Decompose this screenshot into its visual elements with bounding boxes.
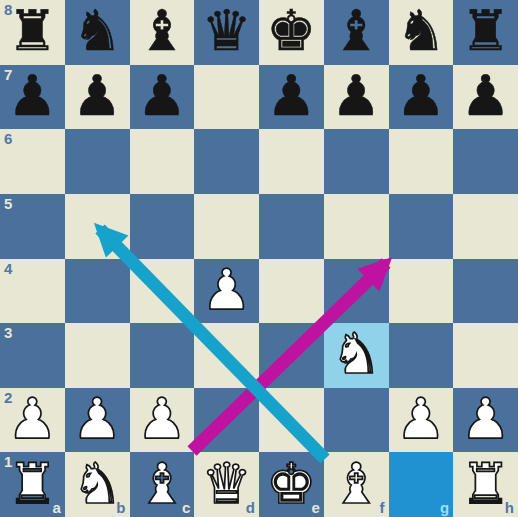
square-g4[interactable] [389,259,454,324]
square-h3[interactable] [453,323,518,388]
square-d1[interactable]: d♛ [194,452,259,517]
square-a1[interactable]: 1a♜ [0,452,65,517]
black-pawn-e7[interactable]: ♟ [266,68,316,124]
white-knight-b1[interactable]: ♞ [72,456,122,512]
square-f1[interactable]: f♝ [324,452,389,517]
square-a5[interactable]: 5 [0,194,65,259]
square-e3[interactable] [259,323,324,388]
square-d2[interactable] [194,388,259,453]
square-a4[interactable]: 4 [0,259,65,324]
square-g7[interactable]: ♟ [389,65,454,130]
square-f7[interactable]: ♟ [324,65,389,130]
chess-board: 8♜♞♝♛♚♝♞♜7♟♟♟♟♟♟♟654♟3♞2♟♟♟♟♟1a♜b♞c♝d♛e♚… [0,0,518,517]
square-d3[interactable] [194,323,259,388]
square-e2[interactable] [259,388,324,453]
black-knight-b8[interactable]: ♞ [72,3,122,59]
black-queen-d8[interactable]: ♛ [202,3,252,59]
square-e5[interactable] [259,194,324,259]
square-b2[interactable]: ♟ [65,388,130,453]
square-f3[interactable]: ♞ [324,323,389,388]
square-a8[interactable]: 8♜ [0,0,65,65]
square-f8[interactable]: ♝ [324,0,389,65]
white-bishop-c1[interactable]: ♝ [137,456,187,512]
square-d5[interactable] [194,194,259,259]
square-c1[interactable]: c♝ [130,452,195,517]
square-a2[interactable]: 2♟ [0,388,65,453]
square-b4[interactable] [65,259,130,324]
black-pawn-g7[interactable]: ♟ [396,68,446,124]
square-c4[interactable] [130,259,195,324]
white-rook-h1[interactable]: ♜ [461,456,511,512]
square-h1[interactable]: h♜ [453,452,518,517]
white-pawn-a2[interactable]: ♟ [7,391,57,447]
square-h4[interactable] [453,259,518,324]
square-d4[interactable]: ♟ [194,259,259,324]
square-b8[interactable]: ♞ [65,0,130,65]
square-d8[interactable]: ♛ [194,0,259,65]
square-e4[interactable] [259,259,324,324]
square-g5[interactable] [389,194,454,259]
black-knight-g8[interactable]: ♞ [396,3,446,59]
black-pawn-h7[interactable]: ♟ [461,68,511,124]
square-g3[interactable] [389,323,454,388]
white-pawn-c2[interactable]: ♟ [137,391,187,447]
square-b6[interactable] [65,129,130,194]
white-king-e1[interactable]: ♚ [266,456,316,512]
square-h6[interactable] [453,129,518,194]
square-a6[interactable]: 6 [0,129,65,194]
white-pawn-d4[interactable]: ♟ [202,262,252,318]
square-g2[interactable]: ♟ [389,388,454,453]
black-pawn-b7[interactable]: ♟ [72,68,122,124]
square-a3[interactable]: 3 [0,323,65,388]
square-e6[interactable] [259,129,324,194]
square-d7[interactable] [194,65,259,130]
square-h5[interactable] [453,194,518,259]
white-pawn-b2[interactable]: ♟ [72,391,122,447]
square-b3[interactable] [65,323,130,388]
square-a7[interactable]: 7♟ [0,65,65,130]
black-pawn-f7[interactable]: ♟ [331,68,381,124]
square-b1[interactable]: b♞ [65,452,130,517]
rank-label-6: 6 [4,131,12,146]
white-rook-a1[interactable]: ♜ [7,456,57,512]
square-d6[interactable] [194,129,259,194]
white-queen-d1[interactable]: ♛ [202,456,252,512]
square-f4[interactable] [324,259,389,324]
square-f2[interactable] [324,388,389,453]
square-e1[interactable]: e♚ [259,452,324,517]
board-grid: 8♜♞♝♛♚♝♞♜7♟♟♟♟♟♟♟654♟3♞2♟♟♟♟♟1a♜b♞c♝d♛e♚… [0,0,518,517]
square-g6[interactable] [389,129,454,194]
square-c2[interactable]: ♟ [130,388,195,453]
square-e8[interactable]: ♚ [259,0,324,65]
black-rook-a8[interactable]: ♜ [7,3,57,59]
square-g1[interactable]: g [389,452,454,517]
black-rook-h8[interactable]: ♜ [461,3,511,59]
white-knight-f3[interactable]: ♞ [331,326,381,382]
square-e7[interactable]: ♟ [259,65,324,130]
black-pawn-a7[interactable]: ♟ [7,68,57,124]
black-bishop-f8[interactable]: ♝ [331,3,381,59]
square-c8[interactable]: ♝ [130,0,195,65]
square-c6[interactable] [130,129,195,194]
square-f5[interactable] [324,194,389,259]
white-bishop-f1[interactable]: ♝ [331,456,381,512]
rank-label-4: 4 [4,261,12,276]
black-king-e8[interactable]: ♚ [266,3,316,59]
square-h8[interactable]: ♜ [453,0,518,65]
square-h2[interactable]: ♟ [453,388,518,453]
square-c7[interactable]: ♟ [130,65,195,130]
square-c5[interactable] [130,194,195,259]
rank-label-5: 5 [4,196,12,211]
white-pawn-h2[interactable]: ♟ [461,391,511,447]
black-bishop-c8[interactable]: ♝ [137,3,187,59]
square-g8[interactable]: ♞ [389,0,454,65]
file-label-g: g [440,500,449,515]
black-pawn-c7[interactable]: ♟ [137,68,187,124]
square-c3[interactable] [130,323,195,388]
square-b7[interactable]: ♟ [65,65,130,130]
rank-label-3: 3 [4,325,12,340]
square-b5[interactable] [65,194,130,259]
white-pawn-g2[interactable]: ♟ [396,391,446,447]
square-f6[interactable] [324,129,389,194]
square-h7[interactable]: ♟ [453,65,518,130]
